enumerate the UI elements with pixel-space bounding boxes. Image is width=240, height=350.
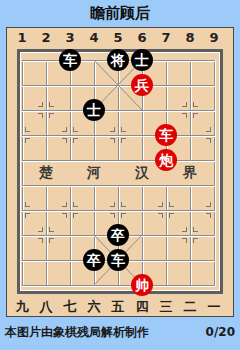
grid-line-vertical — [22, 60, 23, 286]
piece-black-chariot[interactable]: 车 — [59, 49, 81, 71]
file-label-top: 8 — [182, 31, 198, 45]
point-marker — [49, 238, 54, 243]
point-marker — [121, 213, 126, 218]
point-marker — [169, 202, 174, 207]
point-marker — [62, 138, 67, 143]
board-panel: 123456789 楚河汉界 车将士兵士车炮卒卒车帅 九八七六五四三二一 — [6, 27, 234, 317]
grid-line-horizontal — [22, 210, 215, 211]
file-label-bottom: 二 — [182, 300, 198, 314]
piece-black-chariot[interactable]: 车 — [107, 249, 129, 271]
point-marker — [49, 113, 54, 118]
point-marker — [38, 102, 43, 107]
point-marker — [25, 213, 30, 218]
point-marker — [49, 102, 54, 107]
point-marker — [182, 113, 187, 118]
file-label-bottom: 五 — [110, 300, 126, 314]
piece-black-soldier[interactable]: 卒 — [107, 224, 129, 246]
piece-black-advisor[interactable]: 士 — [131, 49, 153, 71]
file-label-bottom: 七 — [62, 300, 78, 314]
point-marker — [62, 127, 67, 132]
river-label: 汉 — [132, 164, 152, 182]
grid-line-horizontal — [22, 285, 215, 286]
file-label-bottom: 九 — [14, 300, 30, 314]
point-marker — [206, 213, 211, 218]
file-label-top: 3 — [62, 31, 78, 45]
file-label-top: 2 — [38, 31, 54, 45]
grid-line-horizontal — [22, 85, 215, 86]
point-marker — [73, 138, 78, 143]
piece-black-general[interactable]: 将 — [107, 49, 129, 71]
point-marker — [182, 227, 187, 232]
piece-red-chariot[interactable]: 车 — [155, 124, 177, 146]
point-marker — [158, 202, 163, 207]
file-label-top: 5 — [110, 31, 126, 45]
point-marker — [25, 202, 30, 207]
point-marker — [193, 227, 198, 232]
file-label-top: 9 — [206, 31, 222, 45]
point-marker — [73, 202, 78, 207]
point-marker — [38, 238, 43, 243]
point-marker — [182, 238, 187, 243]
point-marker — [169, 213, 174, 218]
point-marker — [38, 227, 43, 232]
file-label-bottom: 四 — [134, 300, 150, 314]
point-marker — [49, 227, 54, 232]
piece-black-advisor[interactable]: 士 — [83, 99, 105, 121]
point-marker — [110, 213, 115, 218]
point-marker — [73, 213, 78, 218]
credit-text: 本图片由象棋残局解析制作 — [5, 324, 149, 341]
point-marker — [38, 113, 43, 118]
footer-bar: 本图片由象棋残局解析制作 0/20 — [0, 321, 240, 343]
file-label-bottom: 六 — [86, 300, 102, 314]
piece-red-soldier[interactable]: 兵 — [131, 74, 153, 96]
point-marker — [110, 138, 115, 143]
river-label: 楚 — [36, 164, 56, 182]
grid-line-horizontal — [22, 110, 215, 111]
grid-line-horizontal — [22, 160, 215, 161]
point-marker — [158, 213, 163, 218]
point-marker — [62, 213, 67, 218]
move-counter: 0/20 — [206, 325, 235, 339]
file-label-bottom: 八 — [38, 300, 54, 314]
file-label-top: 1 — [14, 31, 30, 45]
point-marker — [206, 127, 211, 132]
file-label-top: 7 — [158, 31, 174, 45]
point-marker — [121, 138, 126, 143]
point-marker — [193, 102, 198, 107]
river-label: 河 — [84, 164, 104, 182]
piece-red-cannon[interactable]: 炮 — [155, 149, 177, 171]
point-marker — [25, 138, 30, 143]
point-marker — [110, 202, 115, 207]
puzzle-title: 瞻前顾后 — [0, 4, 240, 23]
grid-line-horizontal — [22, 135, 215, 136]
file-label-bottom: 三 — [158, 300, 174, 314]
file-label-bottom: 一 — [206, 300, 222, 314]
river-label: 界 — [180, 164, 200, 182]
point-marker — [62, 202, 67, 207]
grid-line-vertical — [214, 60, 215, 286]
point-marker — [206, 202, 211, 207]
point-marker — [193, 238, 198, 243]
point-marker — [121, 127, 126, 132]
grid-line-horizontal — [22, 185, 215, 186]
point-marker — [110, 127, 115, 132]
point-marker — [121, 202, 126, 207]
point-marker — [193, 113, 198, 118]
point-marker — [206, 138, 211, 143]
file-label-top: 4 — [86, 31, 102, 45]
piece-black-soldier[interactable]: 卒 — [83, 249, 105, 271]
piece-red-general[interactable]: 帅 — [131, 274, 153, 296]
file-label-top: 6 — [134, 31, 150, 45]
point-marker — [25, 127, 30, 132]
point-marker — [73, 127, 78, 132]
point-marker — [182, 102, 187, 107]
